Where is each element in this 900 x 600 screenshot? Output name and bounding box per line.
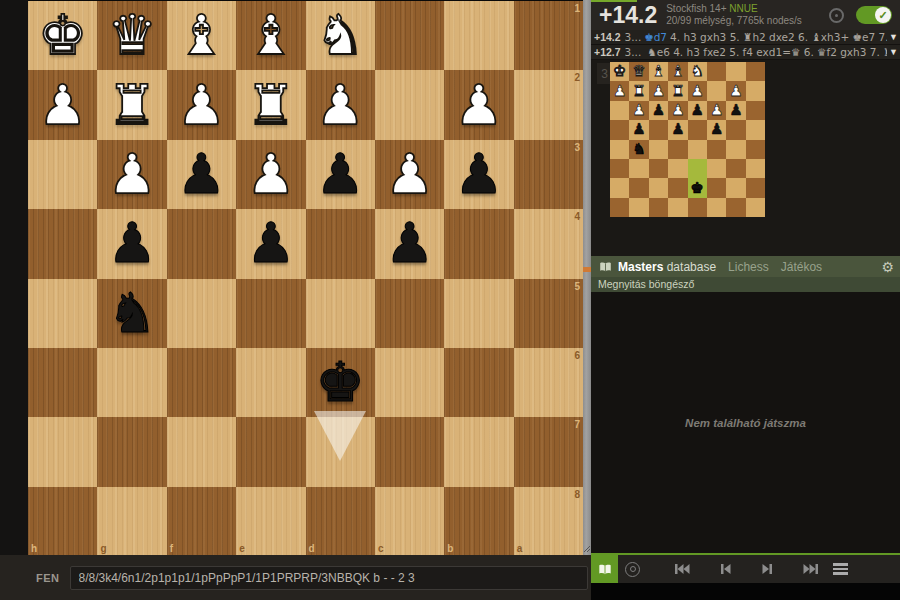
book-icon [599, 261, 612, 273]
rank-label: 2 [574, 72, 580, 83]
board-square[interactable]: c [375, 487, 444, 556]
preview-board: ♚♛♝♝♞♟♜♟♜♟♟♟♟♟♟♟♟♟♟♟♞♚ [610, 62, 765, 217]
board-square[interactable] [28, 348, 97, 417]
toggle-check-icon: ✓ [875, 7, 891, 23]
explorer-tabs-bar: Masters database Lichess Játékos ⚙ [591, 256, 900, 277]
file-label: f [170, 543, 173, 554]
expand-line-icon[interactable]: ▼ [889, 47, 898, 57]
line-eval: +12.7 [594, 46, 621, 58]
board-square[interactable] [306, 417, 375, 486]
board-square[interactable] [236, 279, 305, 348]
board-square[interactable]: 4 [514, 209, 583, 278]
board-square[interactable] [236, 417, 305, 486]
white-rook: ♜ [629, 81, 648, 100]
preview-square [668, 140, 687, 159]
preview-square [629, 159, 648, 178]
tab-lichess[interactable]: Lichess [728, 260, 769, 274]
board-square[interactable]: ♜ [236, 70, 305, 139]
black-pawn: ♟ [629, 120, 648, 139]
no-games-message: Nem található játszma [685, 417, 806, 429]
menu-icon[interactable] [833, 563, 848, 575]
board-square[interactable] [306, 279, 375, 348]
board-square[interactable] [375, 1, 444, 70]
black-pawn: ♟ [97, 209, 166, 278]
controls-bar [591, 555, 900, 583]
white-pawn: ♟ [167, 70, 236, 139]
preview-square [726, 159, 745, 178]
line-eval: +14.2 [594, 31, 621, 43]
board-square[interactable] [28, 209, 97, 278]
left-gutter [0, 0, 28, 555]
white-pawn: ♟ [28, 70, 97, 139]
preview-square [668, 159, 687, 178]
white-bishop: ♝ [668, 62, 687, 81]
white-pawn: ♟ [97, 140, 166, 209]
practice-target-icon[interactable] [625, 562, 640, 577]
preview-square: ♟ [610, 81, 629, 100]
white-pawn: ♟ [726, 81, 745, 100]
white-pawn: ♟ [629, 101, 648, 120]
preview-square [610, 178, 629, 197]
black-knight: ♞ [97, 279, 166, 348]
board-square[interactable]: ♜ [97, 70, 166, 139]
line-prefix: 3... [625, 31, 642, 43]
board-square[interactable]: g [97, 487, 166, 556]
preview-square [707, 198, 726, 217]
preview-square [707, 81, 726, 100]
opening-explorer-button[interactable] [591, 555, 618, 583]
white-queen: ♛ [97, 1, 166, 70]
rank-label: 8 [574, 489, 580, 500]
next-move-button[interactable] [761, 563, 774, 575]
analysis-screen: ♚♛♝♝♞1♟♜♟♜♟♟2♟♟♟♟♟♟3♟♟♟4♞5♚67hgfedcba8 F… [0, 0, 900, 600]
board-square[interactable]: ♞ [97, 279, 166, 348]
preview-square [649, 159, 668, 178]
tab-player[interactable]: Játékos [781, 260, 822, 274]
preview-square: ♞ [629, 140, 648, 159]
engine-depth-progress [591, 0, 637, 2]
expand-line-icon[interactable]: ▼ [889, 32, 898, 42]
board-square[interactable]: ♟ [306, 70, 375, 139]
board-square[interactable]: ♟ [28, 70, 97, 139]
bottom-gap [591, 583, 900, 600]
preview-square [668, 178, 687, 197]
explorer-results: Nem található játszma [591, 292, 900, 553]
preview-square: ♟ [688, 101, 707, 120]
file-label: b [447, 543, 453, 554]
engine-name: Stockfish 14+ [666, 3, 726, 14]
black-pawn: ♟ [375, 209, 444, 278]
white-pawn: ♟ [610, 81, 629, 100]
board-square[interactable]: 2 [514, 70, 583, 139]
board-square[interactable]: b [444, 487, 513, 556]
black-pawn: ♟ [707, 120, 726, 139]
board-square[interactable]: 5 [514, 279, 583, 348]
engine-toggle[interactable]: ✓ [856, 6, 892, 24]
chess-board: ♚♛♝♝♞1♟♜♟♜♟♟2♟♟♟♟♟♟3♟♟♟4♞5♚67hgfedcba8 [28, 0, 583, 555]
line-best-move[interactable]: ♚d7 [644, 31, 667, 43]
board-square[interactable] [375, 70, 444, 139]
preview-square: ♜ [629, 81, 648, 100]
file-label: g [100, 543, 106, 554]
fen-label: FEN [36, 572, 60, 584]
line-prefix: 3... [625, 46, 642, 58]
preview-square [746, 140, 765, 159]
gear-icon[interactable]: ⚙ [881, 259, 894, 275]
black-pawn: ♟ [167, 140, 236, 209]
preview-square [726, 140, 745, 159]
black-pawn: ♟ [688, 101, 707, 120]
preview-square: ♟ [726, 81, 745, 100]
preview-square [726, 62, 745, 81]
playback-controls [674, 563, 819, 575]
white-bishop: ♝ [167, 1, 236, 70]
board-square[interactable] [444, 417, 513, 486]
board-square[interactable]: ♞ [306, 1, 375, 70]
board-square[interactable]: ♚ [28, 1, 97, 70]
panel-resize-divider[interactable] [583, 0, 591, 555]
board-square[interactable] [375, 348, 444, 417]
rank-label: 6 [574, 350, 580, 361]
preview-square: ♟ [726, 101, 745, 120]
board-square[interactable]: ♝ [236, 1, 305, 70]
tab-masters-database[interactable]: Masters database [618, 260, 716, 274]
preview-square: ♚ [688, 178, 707, 197]
preview-square [707, 178, 726, 197]
white-pawn: ♟ [707, 101, 726, 120]
board-square[interactable] [444, 209, 513, 278]
file-label: e [239, 543, 245, 554]
white-pawn: ♟ [668, 101, 687, 120]
preview-square [649, 178, 668, 197]
engine-line-2[interactable]: +12.7 3...♞e6 4. h3 fxe2 5. f4 exd1=♛ 6.… [591, 45, 900, 60]
divider-grip[interactable] [583, 267, 591, 272]
board-square[interactable]: h [28, 487, 97, 556]
engine-header: +14.2 Stockfish 14+ NNUE 20/99 mélység, … [591, 0, 900, 30]
white-rook: ♜ [668, 81, 687, 100]
preview-square: ♟ [668, 101, 687, 120]
preview-square: ♟ [629, 120, 648, 139]
board-square[interactable]: ♟ [97, 140, 166, 209]
engine-settings-icon[interactable] [829, 8, 844, 23]
preview-square [668, 198, 687, 217]
board-square[interactable] [28, 417, 97, 486]
board-square[interactable]: f [167, 487, 236, 556]
board-square[interactable] [444, 1, 513, 70]
board-square[interactable]: ♟ [306, 140, 375, 209]
white-king: ♚ [28, 1, 97, 70]
rank-label: 5 [574, 281, 580, 292]
board-square[interactable] [444, 348, 513, 417]
preview-square [707, 140, 726, 159]
board-square[interactable] [167, 209, 236, 278]
black-pawn: ♟ [726, 101, 745, 120]
file-label: d [309, 543, 315, 554]
rank-label: 3 [574, 142, 580, 153]
preview-square [707, 159, 726, 178]
board-square[interactable]: 1 [514, 1, 583, 70]
board-square[interactable]: ♟ [236, 209, 305, 278]
line-continuation[interactable]: ♞e6 4. h3 fxe2 5. f4 exd1=♛ 6. ♛f2 gxh3 … [647, 46, 887, 58]
board-square[interactable]: ♟ [97, 209, 166, 278]
black-pawn: ♟ [236, 209, 305, 278]
black-pawn: ♟ [444, 140, 513, 209]
preview-square [746, 101, 765, 120]
board-square[interactable] [375, 417, 444, 486]
board-square[interactable]: ♟ [375, 140, 444, 209]
board-square[interactable] [28, 140, 97, 209]
board-square[interactable] [444, 279, 513, 348]
board-square[interactable] [306, 209, 375, 278]
board-square[interactable] [375, 279, 444, 348]
board-square[interactable]: ♟ [444, 140, 513, 209]
preview-square [649, 120, 668, 139]
board-square[interactable]: d [306, 487, 375, 556]
board-square[interactable]: ♟ [375, 209, 444, 278]
preview-square: ♟ [668, 120, 687, 139]
board-square[interactable]: ♝ [167, 1, 236, 70]
white-pawn: ♟ [375, 140, 444, 209]
board-square[interactable]: ♟ [167, 70, 236, 139]
black-pawn: ♟ [306, 140, 375, 209]
engine-line-1[interactable]: +14.2 3...♚d74. h3 gxh3 5. ♜h2 dxe2 6. ♝… [591, 30, 900, 45]
white-pawn: ♟ [236, 140, 305, 209]
preview-square [610, 120, 629, 139]
preview-square [688, 140, 707, 159]
preview-square: ♝ [649, 62, 668, 81]
white-queen: ♛ [629, 62, 648, 81]
preview-square [746, 81, 765, 100]
board-square[interactable]: 6 [514, 348, 583, 417]
preview-square [688, 159, 707, 178]
line-continuation[interactable]: 4. h3 gxh3 5. ♜h2 dxe2 6. ♝xh3+ ♚e7 7. ♛… [670, 31, 887, 43]
board-square[interactable]: 3 [514, 140, 583, 209]
board-square[interactable]: ♟ [444, 70, 513, 139]
best-move-arrow [314, 411, 366, 461]
file-label: a [517, 543, 523, 554]
move-preview-zone: 3 ♚♛♝♝♞♟♜♟♜♟♟♟♟♟♟♟♟♟♟♟♞♚ [591, 60, 900, 256]
white-knight: ♞ [306, 1, 375, 70]
preview-square: ♚ [610, 62, 629, 81]
preview-square: ♟ [629, 101, 648, 120]
white-pawn: ♟ [444, 70, 513, 139]
preview-square: ♟ [707, 101, 726, 120]
preview-square: ♟ [688, 81, 707, 100]
board-square[interactable] [167, 348, 236, 417]
board-square[interactable] [97, 417, 166, 486]
engine-eval: +14.2 [599, 2, 657, 29]
board-square[interactable] [167, 279, 236, 348]
preview-square: ♛ [629, 62, 648, 81]
file-label: h [31, 543, 37, 554]
file-label: c [378, 543, 384, 554]
board-square[interactable] [236, 348, 305, 417]
white-king: ♚ [610, 62, 629, 81]
analysis-panel: +14.2 Stockfish 14+ NNUE 20/99 mélység, … [591, 0, 900, 600]
board-square[interactable]: e [236, 487, 305, 556]
white-knight: ♞ [688, 62, 707, 81]
preview-square [707, 62, 726, 81]
preview-square [746, 62, 765, 81]
preview-square [726, 198, 745, 217]
preview-square: ♞ [688, 62, 707, 81]
engine-status: 20/99 mélység, 7765k nodes/s [666, 15, 802, 27]
black-knight: ♞ [629, 140, 648, 159]
board-square[interactable] [97, 348, 166, 417]
preview-square [649, 198, 668, 217]
white-bishop: ♝ [236, 1, 305, 70]
rank-label: 4 [574, 211, 580, 222]
preview-square [649, 140, 668, 159]
preview-square [610, 140, 629, 159]
black-king: ♚ [688, 178, 707, 197]
preview-square [610, 101, 629, 120]
preview-square [746, 178, 765, 197]
board-square[interactable]: ♚ [306, 348, 375, 417]
fen-bar: FEN [0, 555, 591, 600]
preview-square: ♝ [668, 62, 687, 81]
board-square[interactable]: 7 [514, 417, 583, 486]
white-rook: ♜ [97, 70, 166, 139]
fen-input[interactable] [70, 566, 588, 590]
black-pawn: ♟ [668, 120, 687, 139]
white-pawn: ♟ [688, 81, 707, 100]
black-king: ♚ [306, 348, 375, 417]
preview-square: ♟ [649, 101, 668, 120]
preview-square [726, 178, 745, 197]
board-square[interactable] [28, 279, 97, 348]
preview-square [629, 198, 648, 217]
preview-square [610, 198, 629, 217]
preview-square [746, 198, 765, 217]
black-pawn: ♟ [649, 101, 668, 120]
preview-square [629, 178, 648, 197]
explorer-subtitle: Megnyitás böngésző [591, 277, 900, 292]
board-square[interactable]: ♟ [236, 140, 305, 209]
white-pawn: ♟ [649, 81, 668, 100]
preview-square: ♟ [707, 120, 726, 139]
engine-info: Stockfish 14+ NNUE 20/99 mélység, 7765k … [666, 3, 802, 27]
preview-square: ♟ [649, 81, 668, 100]
white-rook: ♜ [236, 70, 305, 139]
board-square[interactable] [167, 417, 236, 486]
previous-move-button[interactable] [719, 563, 732, 575]
rank-label: 1 [574, 3, 580, 14]
preview-square [688, 198, 707, 217]
preview-square [610, 159, 629, 178]
board-square[interactable]: ♟ [167, 140, 236, 209]
preview-square [746, 120, 765, 139]
preview-square [688, 120, 707, 139]
nnue-badge: NNUE [729, 3, 757, 14]
resize-corner-icon[interactable] [583, 543, 591, 553]
board-square[interactable]: a8 [514, 487, 583, 556]
first-move-button[interactable] [674, 563, 690, 575]
last-move-button[interactable] [803, 563, 819, 575]
rank-label: 7 [574, 419, 580, 430]
preview-square [746, 159, 765, 178]
preview-square [726, 120, 745, 139]
white-pawn: ♟ [306, 70, 375, 139]
white-bishop: ♝ [649, 62, 668, 81]
preview-square: ♜ [668, 81, 687, 100]
board-square[interactable]: ♛ [97, 1, 166, 70]
